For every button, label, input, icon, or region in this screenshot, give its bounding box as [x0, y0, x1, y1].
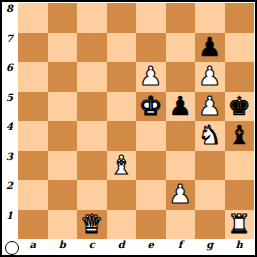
square-c1[interactable]: ♛	[77, 210, 107, 240]
square-d3[interactable]: ♝	[107, 151, 137, 181]
file-label-b: b	[48, 239, 78, 255]
square-g4[interactable]: ♞	[195, 121, 225, 151]
square-a6[interactable]	[18, 62, 48, 92]
rank-label-2: 2	[2, 180, 17, 210]
square-b2[interactable]	[48, 180, 78, 210]
white-king[interactable]: ♚	[136, 92, 166, 122]
square-d7[interactable]	[107, 33, 137, 63]
rank-label-5: 5	[2, 92, 17, 122]
square-a7[interactable]	[18, 33, 48, 63]
square-a4[interactable]	[18, 121, 48, 151]
square-e5[interactable]: ♚	[136, 92, 166, 122]
square-c3[interactable]	[77, 151, 107, 181]
square-f6[interactable]	[166, 62, 196, 92]
square-c7[interactable]	[77, 33, 107, 63]
square-d8[interactable]	[107, 3, 137, 33]
square-g5[interactable]: ♟	[195, 92, 225, 122]
file-label-g: g	[195, 239, 225, 255]
square-h4[interactable]: ♝	[225, 121, 255, 151]
white-pawn[interactable]: ♟	[136, 62, 166, 92]
square-c5[interactable]	[77, 92, 107, 122]
file-label-c: c	[77, 239, 107, 255]
white-pawn[interactable]: ♟	[195, 92, 225, 122]
square-f4[interactable]	[166, 121, 196, 151]
square-b5[interactable]	[48, 92, 78, 122]
square-f7[interactable]	[166, 33, 196, 63]
white-rook[interactable]: ♜	[225, 210, 255, 240]
rank-label-1: 1	[2, 210, 17, 240]
square-d6[interactable]	[107, 62, 137, 92]
square-e1[interactable]	[136, 210, 166, 240]
square-b3[interactable]	[48, 151, 78, 181]
square-e2[interactable]	[136, 180, 166, 210]
square-e3[interactable]	[136, 151, 166, 181]
square-d1[interactable]	[107, 210, 137, 240]
square-h3[interactable]	[225, 151, 255, 181]
square-c2[interactable]	[77, 180, 107, 210]
black-pawn[interactable]: ♟	[166, 92, 196, 122]
square-d5[interactable]	[107, 92, 137, 122]
square-e7[interactable]	[136, 33, 166, 63]
square-f3[interactable]	[166, 151, 196, 181]
square-c6[interactable]	[77, 62, 107, 92]
file-label-h: h	[225, 239, 255, 255]
square-h8[interactable]	[225, 3, 255, 33]
square-h1[interactable]: ♜	[225, 210, 255, 240]
square-g6[interactable]: ♟	[195, 62, 225, 92]
square-b7[interactable]	[48, 33, 78, 63]
chess-board: ♟♟♟♚♟♟♚♞♝♝♟♛♜	[18, 3, 254, 239]
square-g7[interactable]: ♟	[195, 33, 225, 63]
rank-label-3: 3	[2, 151, 17, 181]
square-f8[interactable]	[166, 3, 196, 33]
square-g2[interactable]	[195, 180, 225, 210]
square-g1[interactable]	[195, 210, 225, 240]
square-e4[interactable]	[136, 121, 166, 151]
square-a2[interactable]	[18, 180, 48, 210]
square-f5[interactable]: ♟	[166, 92, 196, 122]
square-a5[interactable]	[18, 92, 48, 122]
white-pawn[interactable]: ♟	[166, 180, 196, 210]
square-h2[interactable]	[225, 180, 255, 210]
white-knight[interactable]: ♞	[195, 121, 225, 151]
square-h6[interactable]	[225, 62, 255, 92]
file-label-f: f	[166, 239, 196, 255]
square-g8[interactable]	[195, 3, 225, 33]
square-d4[interactable]	[107, 121, 137, 151]
square-h5[interactable]: ♚	[225, 92, 255, 122]
square-b6[interactable]	[48, 62, 78, 92]
rank-label-6: 6	[2, 62, 17, 92]
white-bishop[interactable]: ♝	[107, 151, 137, 181]
black-pawn[interactable]: ♟	[195, 33, 225, 63]
square-b8[interactable]	[48, 3, 78, 33]
square-b4[interactable]	[48, 121, 78, 151]
file-label-a: a	[18, 239, 48, 255]
square-e8[interactable]	[136, 3, 166, 33]
file-label-d: d	[107, 239, 137, 255]
rank-label-7: 7	[2, 33, 17, 63]
square-b1[interactable]	[48, 210, 78, 240]
file-label-e: e	[136, 239, 166, 255]
square-f1[interactable]	[166, 210, 196, 240]
white-pawn[interactable]: ♟	[195, 62, 225, 92]
square-c8[interactable]	[77, 3, 107, 33]
square-f2[interactable]: ♟	[166, 180, 196, 210]
rank-label-4: 4	[2, 121, 17, 151]
square-a3[interactable]	[18, 151, 48, 181]
square-a1[interactable]	[18, 210, 48, 240]
black-king[interactable]: ♚	[225, 92, 255, 122]
square-e6[interactable]: ♟	[136, 62, 166, 92]
square-g3[interactable]	[195, 151, 225, 181]
black-bishop[interactable]: ♝	[225, 121, 255, 151]
square-a8[interactable]	[18, 3, 48, 33]
white-queen[interactable]: ♛	[77, 210, 107, 240]
white-to-move-indicator	[5, 241, 19, 255]
square-d2[interactable]	[107, 180, 137, 210]
square-h7[interactable]	[225, 33, 255, 63]
square-c4[interactable]	[77, 121, 107, 151]
rank-label-8: 8	[2, 3, 17, 33]
chess-diagram: ♟♟♟♚♟♟♚♞♝♝♟♛♜ 87654321 abcdefgh	[0, 0, 257, 257]
